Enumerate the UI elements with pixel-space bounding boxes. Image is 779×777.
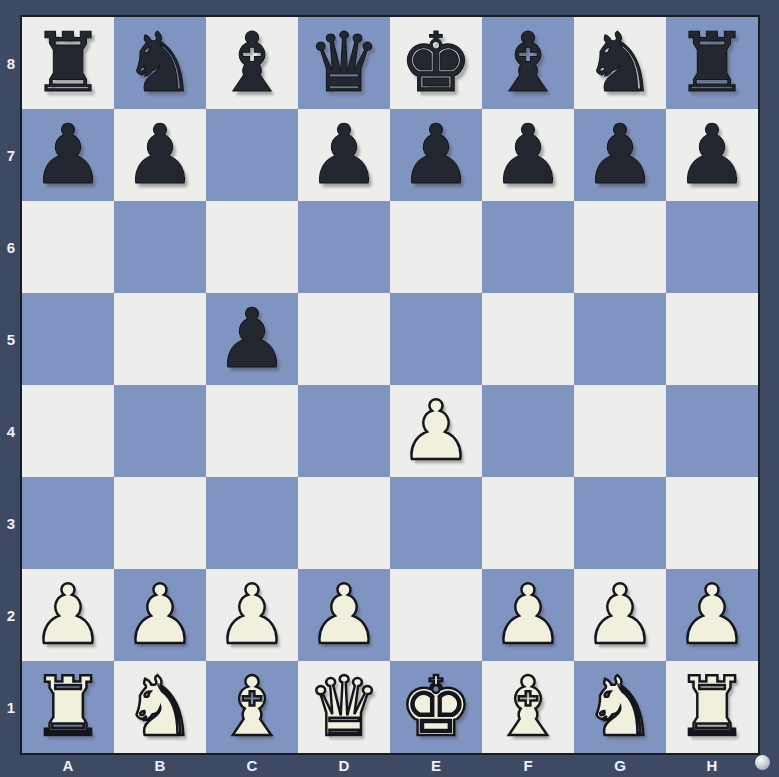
file-label-c: C	[206, 753, 298, 777]
piece-white-queen[interactable]: ♛	[307, 661, 381, 753]
square-h3[interactable]	[666, 477, 758, 569]
square-b1[interactable]: ♞	[114, 661, 206, 753]
square-f1[interactable]: ♝	[482, 661, 574, 753]
square-c4[interactable]	[206, 385, 298, 477]
file-label-f: F	[482, 753, 574, 777]
square-g8[interactable]: ♞	[574, 17, 666, 109]
piece-black-pawn[interactable]: ♟	[215, 293, 289, 385]
square-c8[interactable]: ♝	[206, 17, 298, 109]
square-b3[interactable]	[114, 477, 206, 569]
square-g1[interactable]: ♞	[574, 661, 666, 753]
square-f7[interactable]: ♟	[482, 109, 574, 201]
square-g2[interactable]: ♟	[574, 569, 666, 661]
square-h2[interactable]: ♟	[666, 569, 758, 661]
piece-white-pawn[interactable]: ♟	[583, 569, 657, 661]
square-c2[interactable]: ♟	[206, 569, 298, 661]
piece-black-bishop[interactable]: ♝	[215, 17, 289, 109]
square-e2[interactable]	[390, 569, 482, 661]
square-b5[interactable]	[114, 293, 206, 385]
square-e4[interactable]: ♟	[390, 385, 482, 477]
piece-white-king[interactable]: ♚	[399, 661, 473, 753]
square-b2[interactable]: ♟	[114, 569, 206, 661]
piece-white-rook[interactable]: ♜	[31, 661, 105, 753]
square-d6[interactable]	[298, 201, 390, 293]
square-a4[interactable]	[22, 385, 114, 477]
piece-black-pawn[interactable]: ♟	[675, 109, 749, 201]
square-h1[interactable]: ♜	[666, 661, 758, 753]
rank-label-1: 1	[0, 661, 22, 753]
square-h4[interactable]	[666, 385, 758, 477]
square-g3[interactable]	[574, 477, 666, 569]
square-e5[interactable]	[390, 293, 482, 385]
square-g6[interactable]	[574, 201, 666, 293]
square-h7[interactable]: ♟	[666, 109, 758, 201]
square-d7[interactable]: ♟	[298, 109, 390, 201]
piece-white-rook[interactable]: ♜	[675, 661, 749, 753]
file-label-a: A	[22, 753, 114, 777]
piece-black-pawn[interactable]: ♟	[491, 109, 565, 201]
rank-label-2: 2	[0, 569, 22, 661]
square-e8[interactable]: ♚	[390, 17, 482, 109]
piece-white-pawn[interactable]: ♟	[123, 569, 197, 661]
square-f3[interactable]	[482, 477, 574, 569]
square-a8[interactable]: ♜	[22, 17, 114, 109]
piece-black-rook[interactable]: ♜	[31, 17, 105, 109]
piece-black-pawn[interactable]: ♟	[31, 109, 105, 201]
square-e6[interactable]	[390, 201, 482, 293]
piece-black-knight[interactable]: ♞	[123, 17, 197, 109]
rank-label-6: 6	[0, 201, 22, 293]
piece-black-bishop[interactable]: ♝	[491, 17, 565, 109]
square-a2[interactable]: ♟	[22, 569, 114, 661]
square-a6[interactable]	[22, 201, 114, 293]
rank-label-8: 8	[0, 17, 22, 109]
square-a5[interactable]	[22, 293, 114, 385]
square-f4[interactable]	[482, 385, 574, 477]
chessboard: ♜♞♝♛♚♝♞♜♟♟♟♟♟♟♟♟♟♟♟♟♟♟♟♟♜♞♝♛♚♝♞♜	[22, 17, 758, 753]
square-c5[interactable]: ♟	[206, 293, 298, 385]
piece-white-pawn[interactable]: ♟	[307, 569, 381, 661]
piece-white-bishop[interactable]: ♝	[491, 661, 565, 753]
piece-white-bishop[interactable]: ♝	[215, 661, 289, 753]
square-f6[interactable]	[482, 201, 574, 293]
square-a7[interactable]: ♟	[22, 109, 114, 201]
square-d1[interactable]: ♛	[298, 661, 390, 753]
square-g7[interactable]: ♟	[574, 109, 666, 201]
piece-black-queen[interactable]: ♛	[307, 17, 381, 109]
square-b6[interactable]	[114, 201, 206, 293]
piece-white-pawn[interactable]: ♟	[215, 569, 289, 661]
piece-black-pawn[interactable]: ♟	[123, 109, 197, 201]
piece-white-pawn[interactable]: ♟	[399, 385, 473, 477]
square-d8[interactable]: ♛	[298, 17, 390, 109]
piece-white-pawn[interactable]: ♟	[675, 569, 749, 661]
piece-black-rook[interactable]: ♜	[675, 17, 749, 109]
square-c3[interactable]	[206, 477, 298, 569]
square-e1[interactable]: ♚	[390, 661, 482, 753]
square-f8[interactable]: ♝	[482, 17, 574, 109]
square-e3[interactable]	[390, 477, 482, 569]
square-f2[interactable]: ♟	[482, 569, 574, 661]
piece-black-pawn[interactable]: ♟	[583, 109, 657, 201]
square-b7[interactable]: ♟	[114, 109, 206, 201]
piece-white-pawn[interactable]: ♟	[31, 569, 105, 661]
file-label-g: G	[574, 753, 666, 777]
square-c7[interactable]	[206, 109, 298, 201]
square-c6[interactable]	[206, 201, 298, 293]
square-a1[interactable]: ♜	[22, 661, 114, 753]
square-a3[interactable]	[22, 477, 114, 569]
piece-black-pawn[interactable]: ♟	[307, 109, 381, 201]
piece-white-pawn[interactable]: ♟	[491, 569, 565, 661]
square-e7[interactable]: ♟	[390, 109, 482, 201]
square-d4[interactable]	[298, 385, 390, 477]
piece-white-knight[interactable]: ♞	[123, 661, 197, 753]
square-g5[interactable]	[574, 293, 666, 385]
piece-black-pawn[interactable]: ♟	[399, 109, 473, 201]
square-h5[interactable]	[666, 293, 758, 385]
piece-black-knight[interactable]: ♞	[583, 17, 657, 109]
square-h6[interactable]	[666, 201, 758, 293]
rank-label-3: 3	[0, 477, 22, 569]
file-label-b: B	[114, 753, 206, 777]
file-label-d: D	[298, 753, 390, 777]
rank-label-7: 7	[0, 109, 22, 201]
square-d3[interactable]	[298, 477, 390, 569]
square-f5[interactable]	[482, 293, 574, 385]
square-g4[interactable]	[574, 385, 666, 477]
rank-label-5: 5	[0, 293, 22, 385]
square-d5[interactable]	[298, 293, 390, 385]
piece-white-knight[interactable]: ♞	[583, 661, 657, 753]
rank-label-4: 4	[0, 385, 22, 477]
square-b8[interactable]: ♞	[114, 17, 206, 109]
square-h8[interactable]: ♜	[666, 17, 758, 109]
square-b4[interactable]	[114, 385, 206, 477]
square-d2[interactable]: ♟	[298, 569, 390, 661]
file-label-h: H	[666, 753, 758, 777]
piece-black-king[interactable]: ♚	[399, 17, 473, 109]
square-c1[interactable]: ♝	[206, 661, 298, 753]
file-label-e: E	[390, 753, 482, 777]
